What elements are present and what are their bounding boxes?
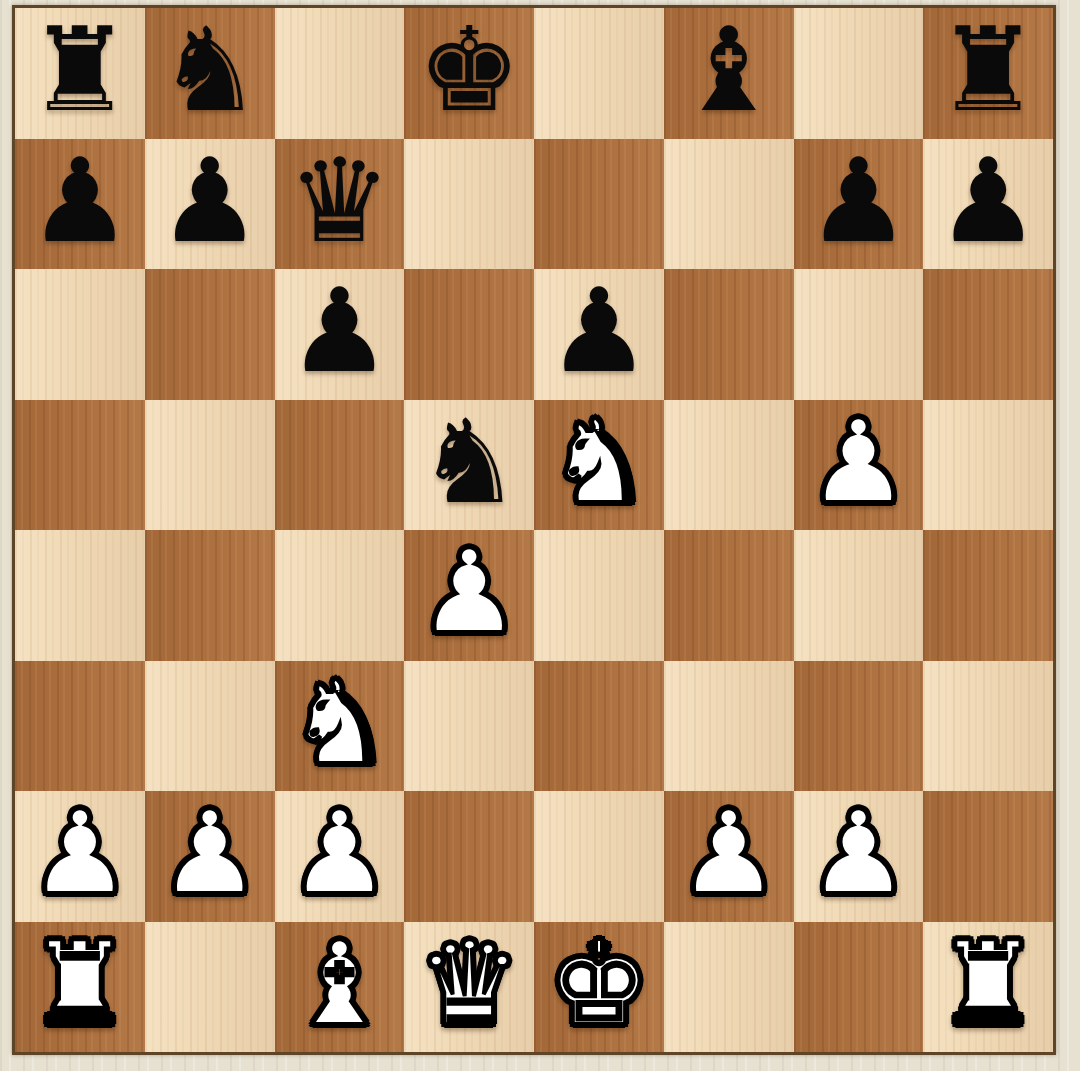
piece-white-pawn[interactable]: ♟ xyxy=(287,795,391,911)
square-g6[interactable] xyxy=(794,269,924,400)
square-g7[interactable]: ♟ xyxy=(794,139,924,270)
chess-board: ♜♞♚♝♜♟♟♛♟♟♟♟♞♞♟♟♞♟♟♟♟♟♜♝♛♚♜ xyxy=(15,8,1053,1052)
piece-black-king[interactable]: ♚ xyxy=(417,12,521,128)
square-e8[interactable] xyxy=(534,8,664,139)
piece-white-pawn[interactable]: ♟ xyxy=(806,795,910,911)
square-g5[interactable]: ♟ xyxy=(794,400,924,531)
board-frame: ♜♞♚♝♜♟♟♛♟♟♟♟♞♞♟♟♞♟♟♟♟♟♜♝♛♚♜ xyxy=(12,5,1056,1055)
square-e5[interactable]: ♞ xyxy=(534,400,664,531)
square-f2[interactable]: ♟ xyxy=(664,791,794,922)
piece-black-pawn[interactable]: ♟ xyxy=(936,143,1040,259)
square-g2[interactable]: ♟ xyxy=(794,791,924,922)
piece-white-pawn[interactable]: ♟ xyxy=(158,795,262,911)
piece-black-rook[interactable]: ♜ xyxy=(28,12,132,128)
square-c1[interactable]: ♝ xyxy=(275,922,405,1053)
square-d5[interactable]: ♞ xyxy=(404,400,534,531)
square-a1[interactable]: ♜ xyxy=(15,922,145,1053)
piece-white-pawn[interactable]: ♟ xyxy=(28,795,132,911)
square-e1[interactable]: ♚ xyxy=(534,922,664,1053)
piece-black-pawn[interactable]: ♟ xyxy=(158,143,262,259)
piece-black-pawn[interactable]: ♟ xyxy=(28,143,132,259)
piece-white-rook[interactable]: ♜ xyxy=(28,926,132,1042)
piece-black-pawn[interactable]: ♟ xyxy=(806,143,910,259)
square-f1[interactable] xyxy=(664,922,794,1053)
square-a4[interactable] xyxy=(15,530,145,661)
square-c4[interactable] xyxy=(275,530,405,661)
square-d2[interactable] xyxy=(404,791,534,922)
square-b8[interactable]: ♞ xyxy=(145,8,275,139)
square-d8[interactable]: ♚ xyxy=(404,8,534,139)
square-c8[interactable] xyxy=(275,8,405,139)
square-e6[interactable]: ♟ xyxy=(534,269,664,400)
piece-white-knight[interactable]: ♞ xyxy=(287,665,391,781)
square-h5[interactable] xyxy=(923,400,1053,531)
square-h6[interactable] xyxy=(923,269,1053,400)
piece-black-knight[interactable]: ♞ xyxy=(417,404,521,520)
piece-black-pawn[interactable]: ♟ xyxy=(547,273,651,389)
square-f6[interactable] xyxy=(664,269,794,400)
square-f4[interactable] xyxy=(664,530,794,661)
piece-black-pawn[interactable]: ♟ xyxy=(287,273,391,389)
piece-white-knight[interactable]: ♞ xyxy=(547,404,651,520)
square-h7[interactable]: ♟ xyxy=(923,139,1053,270)
piece-white-queen[interactable]: ♛ xyxy=(417,926,521,1042)
square-f7[interactable] xyxy=(664,139,794,270)
square-a6[interactable] xyxy=(15,269,145,400)
square-d1[interactable]: ♛ xyxy=(404,922,534,1053)
page-background: ♜♞♚♝♜♟♟♛♟♟♟♟♞♞♟♟♞♟♟♟♟♟♜♝♛♚♜ xyxy=(0,0,1080,1071)
square-c2[interactable]: ♟ xyxy=(275,791,405,922)
piece-white-pawn[interactable]: ♟ xyxy=(806,404,910,520)
square-b5[interactable] xyxy=(145,400,275,531)
square-a3[interactable] xyxy=(15,661,145,792)
piece-white-bishop[interactable]: ♝ xyxy=(287,926,391,1042)
square-h8[interactable]: ♜ xyxy=(923,8,1053,139)
piece-black-bishop[interactable]: ♝ xyxy=(677,12,781,128)
square-h1[interactable]: ♜ xyxy=(923,922,1053,1053)
square-b2[interactable]: ♟ xyxy=(145,791,275,922)
piece-black-knight[interactable]: ♞ xyxy=(158,12,262,128)
square-e3[interactable] xyxy=(534,661,664,792)
square-g4[interactable] xyxy=(794,530,924,661)
square-a5[interactable] xyxy=(15,400,145,531)
square-d4[interactable]: ♟ xyxy=(404,530,534,661)
square-h4[interactable] xyxy=(923,530,1053,661)
square-h2[interactable] xyxy=(923,791,1053,922)
square-c7[interactable]: ♛ xyxy=(275,139,405,270)
square-a7[interactable]: ♟ xyxy=(15,139,145,270)
square-d7[interactable] xyxy=(404,139,534,270)
piece-black-rook[interactable]: ♜ xyxy=(936,12,1040,128)
piece-white-pawn[interactable]: ♟ xyxy=(417,534,521,650)
square-g3[interactable] xyxy=(794,661,924,792)
square-f5[interactable] xyxy=(664,400,794,531)
square-e2[interactable] xyxy=(534,791,664,922)
square-a8[interactable]: ♜ xyxy=(15,8,145,139)
square-b7[interactable]: ♟ xyxy=(145,139,275,270)
square-c3[interactable]: ♞ xyxy=(275,661,405,792)
square-b1[interactable] xyxy=(145,922,275,1053)
piece-white-pawn[interactable]: ♟ xyxy=(677,795,781,911)
square-a2[interactable]: ♟ xyxy=(15,791,145,922)
square-f8[interactable]: ♝ xyxy=(664,8,794,139)
square-c5[interactable] xyxy=(275,400,405,531)
square-d6[interactable] xyxy=(404,269,534,400)
square-g1[interactable] xyxy=(794,922,924,1053)
square-e4[interactable] xyxy=(534,530,664,661)
square-d3[interactable] xyxy=(404,661,534,792)
square-h3[interactable] xyxy=(923,661,1053,792)
square-b4[interactable] xyxy=(145,530,275,661)
piece-white-rook[interactable]: ♜ xyxy=(936,926,1040,1042)
square-b6[interactable] xyxy=(145,269,275,400)
square-e7[interactable] xyxy=(534,139,664,270)
square-b3[interactable] xyxy=(145,661,275,792)
piece-black-queen[interactable]: ♛ xyxy=(287,143,391,259)
piece-white-king[interactable]: ♚ xyxy=(547,926,651,1042)
square-c6[interactable]: ♟ xyxy=(275,269,405,400)
square-g8[interactable] xyxy=(794,8,924,139)
square-f3[interactable] xyxy=(664,661,794,792)
